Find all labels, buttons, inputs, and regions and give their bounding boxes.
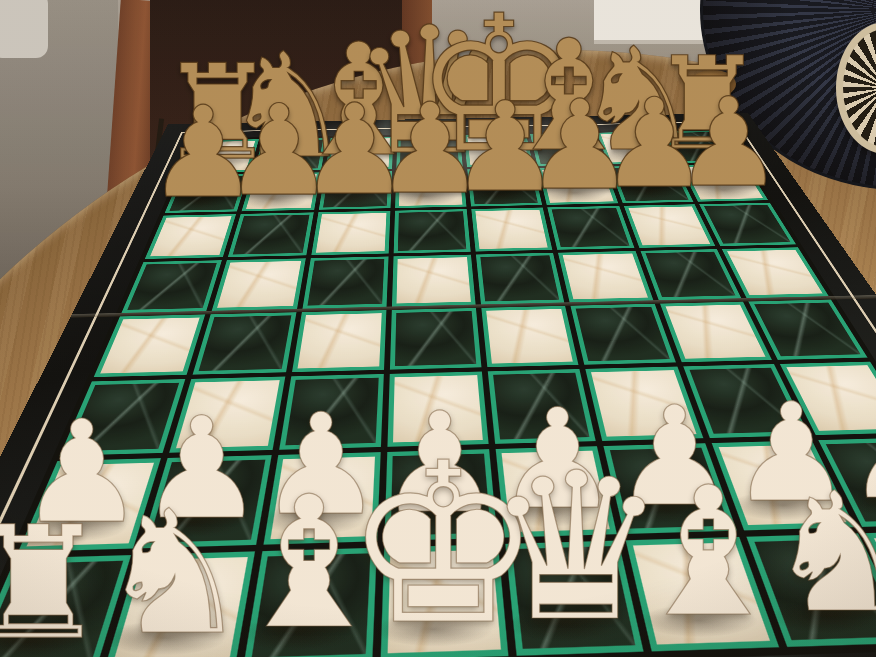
small-wooden-bowl <box>690 70 736 98</box>
square-b5 <box>212 258 305 311</box>
square-a4 <box>94 314 206 377</box>
square-d3 <box>387 372 488 447</box>
square-d6 <box>393 209 470 253</box>
square-d5 <box>392 255 476 307</box>
square-e8 <box>464 134 534 167</box>
square-d8 <box>396 135 463 168</box>
chess-board <box>0 113 876 657</box>
square-c4 <box>291 310 386 372</box>
square-e2 <box>496 446 618 537</box>
square-g8 <box>596 131 674 164</box>
square-e7 <box>467 168 542 206</box>
square-f8 <box>530 133 604 166</box>
square-e6 <box>471 207 552 251</box>
square-c7 <box>318 171 391 209</box>
square-c5 <box>302 256 388 308</box>
square-a5 <box>121 260 222 313</box>
square-a6 <box>145 214 236 259</box>
square-c2 <box>263 452 381 545</box>
square-a8 <box>182 139 259 173</box>
square-f3 <box>586 367 703 441</box>
square-d1 <box>380 544 508 657</box>
square-e1 <box>505 540 644 656</box>
square-f7 <box>538 167 618 205</box>
square-c8 <box>325 137 393 171</box>
square-b4 <box>193 312 296 375</box>
square-b2 <box>141 455 271 548</box>
square-d2 <box>384 449 497 541</box>
square-e4 <box>481 306 578 367</box>
white-object <box>0 0 48 58</box>
square-b6 <box>228 212 313 257</box>
white-box <box>594 0 706 44</box>
square-c6 <box>311 211 390 256</box>
square-c3 <box>279 374 384 449</box>
square-a7 <box>165 174 249 213</box>
square-e3 <box>488 369 596 443</box>
square-f4 <box>571 304 676 365</box>
square-b8 <box>254 138 327 172</box>
square-f6 <box>547 206 634 250</box>
square-g7 <box>609 165 693 203</box>
square-c1 <box>243 547 377 657</box>
square-d7 <box>395 170 467 208</box>
square-f5 <box>558 251 653 302</box>
chessboard-photo-scene: ♜♞♝♛♚♝♞♜♟♟♟♟♟♟♟♟♟♟♟♟♟♟♟♟♜♞♝♚♛♝♞♜ <box>0 0 876 657</box>
square-b3 <box>170 377 285 453</box>
square-e5 <box>476 253 565 305</box>
square-d4 <box>390 308 482 370</box>
square-b7 <box>242 172 321 211</box>
square-h8 <box>662 130 744 163</box>
